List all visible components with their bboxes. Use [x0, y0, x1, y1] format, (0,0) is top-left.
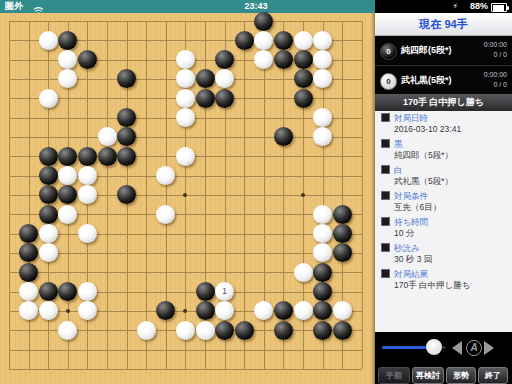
white-stone	[254, 31, 273, 50]
black-stone	[274, 31, 293, 50]
black-stone	[39, 205, 58, 224]
grid-line	[9, 137, 362, 138]
battery-icon	[491, 3, 507, 12]
black-stone	[19, 224, 38, 243]
bullet-square-icon	[381, 269, 390, 278]
grid-line	[9, 253, 362, 254]
white-stone	[78, 224, 97, 243]
white-stone	[215, 69, 234, 88]
white-stone	[39, 243, 58, 262]
hoshi-point	[66, 309, 70, 313]
white-captures-stone-icon: 0	[380, 73, 397, 90]
white-stone	[313, 69, 332, 88]
go-app-screen: 圏外 23:43 ⚡ 88% 1 現在 94手 0 純四郎(5段*) 0:00:…	[0, 0, 512, 384]
white-stone	[333, 301, 352, 320]
black-stone	[274, 50, 293, 69]
info-entry-black: 黒 純四郎（5段*）	[375, 137, 512, 163]
black-stone	[235, 321, 254, 340]
black-captures-stone-icon: 0	[380, 43, 397, 60]
black-stone	[58, 31, 77, 50]
black-stone	[39, 166, 58, 185]
white-stone	[58, 50, 77, 69]
info-entry-main-time: 持ち時間 10 分	[375, 215, 512, 241]
info-entry-white: 白 武礼黒（5段*）	[375, 163, 512, 189]
black-stone	[117, 108, 136, 127]
white-stone	[39, 89, 58, 108]
battery-percent-label: 88%	[470, 0, 488, 13]
white-stone	[254, 50, 273, 69]
black-stone	[39, 147, 58, 166]
score-estimate-button[interactable]: 形勢	[446, 367, 476, 384]
white-stone	[313, 50, 332, 69]
white-stone	[58, 69, 77, 88]
black-stone	[333, 205, 352, 224]
charging-bolt-icon: ⚡	[452, 0, 458, 13]
game-result-bar: 170手 白中押し勝ち	[375, 94, 512, 111]
black-stone	[294, 50, 313, 69]
black-stone	[215, 50, 234, 69]
bullet-square-icon	[381, 139, 390, 148]
white-stone	[98, 127, 117, 146]
moves-button[interactable]: 手順	[378, 367, 410, 384]
status-bar: 圏外 23:43 ⚡ 88%	[0, 0, 512, 13]
grid-line	[9, 369, 362, 370]
black-stone	[313, 301, 332, 320]
bullet-square-icon	[381, 113, 390, 122]
white-stone	[254, 301, 273, 320]
black-stone	[313, 321, 332, 340]
black-stone	[78, 50, 97, 69]
auto-play-icon[interactable]: A	[466, 340, 482, 356]
black-player-name: 純四郎(5段*)	[401, 36, 452, 65]
white-stone	[58, 321, 77, 340]
info-entry-date: 対局日時 2016-03-10 23:41	[375, 111, 512, 137]
playback-controls: A 手順 再検討 形勢 終了	[375, 332, 512, 384]
black-stone	[19, 243, 38, 262]
black-stone	[58, 282, 77, 301]
review-button[interactable]: 再検討	[412, 367, 444, 384]
white-stone	[313, 243, 332, 262]
black-stone	[58, 185, 77, 204]
white-stone	[313, 108, 332, 127]
white-stone	[294, 31, 313, 50]
black-stone	[235, 31, 254, 50]
previous-move-icon[interactable]	[452, 341, 462, 355]
white-player-name: 武礼黒(5段*)	[401, 66, 452, 95]
black-stone	[117, 127, 136, 146]
white-stone	[313, 224, 332, 243]
white-stone	[39, 301, 58, 320]
white-stone	[294, 263, 313, 282]
white-stone	[176, 89, 195, 108]
black-stone	[58, 147, 77, 166]
info-entry-result: 対局結果 170手 白中押し勝ち	[375, 267, 512, 293]
black-stone	[294, 69, 313, 88]
black-stone	[117, 69, 136, 88]
black-stone	[274, 321, 293, 340]
info-entry-conditions: 対局条件 互先（6目）	[375, 189, 512, 215]
grid-line	[9, 350, 362, 351]
white-stone	[176, 147, 195, 166]
white-stone	[313, 205, 332, 224]
black-stone	[254, 12, 273, 31]
hoshi-point	[183, 193, 187, 197]
white-stone	[78, 301, 97, 320]
white-stone	[19, 282, 38, 301]
marked-white-stone: 1	[215, 282, 234, 301]
black-stone	[19, 263, 38, 282]
black-stone	[215, 321, 234, 340]
player-panel: 0 純四郎(5段*) 0:00:00 0 / 0 0 武礼黒(5段*) 0:00…	[375, 36, 512, 94]
white-player-row: 0 武礼黒(5段*) 0:00:00 0 / 0	[375, 65, 512, 95]
exit-button[interactable]: 終了	[478, 367, 508, 384]
white-stone	[78, 185, 97, 204]
black-stone	[313, 263, 332, 282]
clock-label: 23:43	[0, 0, 512, 13]
white-stone	[39, 224, 58, 243]
white-stone	[313, 127, 332, 146]
grid-line	[9, 234, 362, 235]
next-move-icon[interactable]	[484, 341, 494, 355]
hoshi-point	[183, 309, 187, 313]
black-stone	[39, 282, 58, 301]
black-stone	[215, 89, 234, 108]
bullet-square-icon	[381, 191, 390, 200]
black-stone	[313, 282, 332, 301]
black-stone	[274, 127, 293, 146]
black-player-row: 0 純四郎(5段*) 0:00:00 0 / 0	[375, 36, 512, 65]
black-stone	[196, 282, 215, 301]
white-player-clock: 0:00:00 0 / 0	[484, 70, 507, 90]
white-stone	[137, 321, 156, 340]
move-slider[interactable]	[382, 346, 446, 349]
white-stone	[176, 69, 195, 88]
black-stone	[333, 224, 352, 243]
black-stone	[196, 89, 215, 108]
bullet-square-icon	[381, 165, 390, 174]
game-info-list: 対局日時 2016-03-10 23:41 黒 純四郎（5段*） 白 武礼黒（5…	[375, 111, 512, 293]
white-stone	[196, 321, 215, 340]
game-info-sidebar: 現在 94手 0 純四郎(5段*) 0:00:00 0 / 0 0 武礼黒(5段…	[375, 13, 512, 384]
black-stone	[117, 147, 136, 166]
white-stone	[176, 321, 195, 340]
black-stone	[39, 185, 58, 204]
white-stone	[39, 31, 58, 50]
black-stone	[196, 301, 215, 320]
black-stone	[333, 243, 352, 262]
white-stone	[58, 205, 77, 224]
info-entry-byoyomi: 秒読み 30 秒 3 回	[375, 241, 512, 267]
white-stone	[176, 50, 195, 69]
black-stone	[274, 301, 293, 320]
move-number-label: 1	[215, 282, 234, 301]
white-stone	[294, 301, 313, 320]
go-board[interactable]: 1	[0, 13, 375, 384]
bullet-square-icon	[381, 243, 390, 252]
white-stone	[58, 166, 77, 185]
black-stone	[78, 147, 97, 166]
black-stone	[196, 69, 215, 88]
grid-line	[362, 21, 363, 369]
black-stone	[117, 185, 136, 204]
grid-line	[9, 21, 362, 22]
white-stone	[156, 205, 175, 224]
bullet-square-icon	[381, 217, 390, 226]
white-stone	[156, 166, 175, 185]
white-stone	[215, 301, 234, 320]
white-stone	[176, 108, 195, 127]
slider-knob[interactable]	[426, 339, 442, 355]
white-stone	[78, 166, 97, 185]
white-stone	[313, 31, 332, 50]
black-stone	[156, 301, 175, 320]
white-stone	[19, 301, 38, 320]
white-stone	[78, 282, 97, 301]
black-stone	[333, 321, 352, 340]
hoshi-point	[301, 193, 305, 197]
current-move-header: 現在 94手	[375, 13, 512, 36]
black-player-clock: 0:00:00 0 / 0	[484, 40, 507, 60]
black-stone	[98, 147, 117, 166]
black-stone	[294, 89, 313, 108]
